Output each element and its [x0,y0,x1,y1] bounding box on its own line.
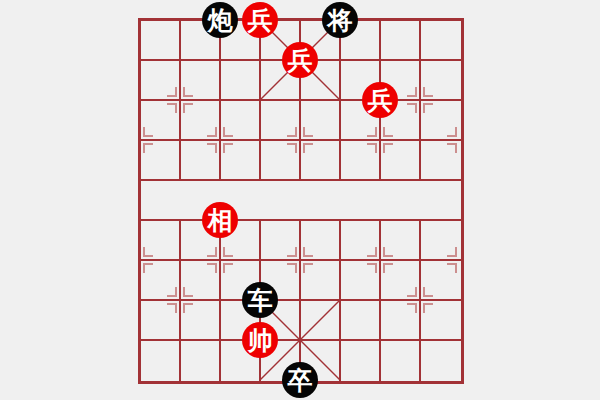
board-cell[interactable] [141,21,181,61]
board-cell[interactable] [141,141,181,181]
board-cell[interactable] [181,61,221,101]
board-cell[interactable] [261,181,301,221]
piece-black-soldier[interactable]: 卒 [282,362,318,398]
board-cell[interactable] [141,341,181,381]
board-cell[interactable] [421,261,461,301]
board-cell[interactable] [181,301,221,341]
board-cell[interactable] [301,221,341,261]
board-cell[interactable] [261,101,301,141]
piece-black-cannon[interactable]: 炮 [202,2,238,38]
board-cell[interactable] [341,141,381,181]
board-cell[interactable] [381,261,421,301]
board-cell[interactable] [381,341,421,381]
board-cell[interactable] [381,21,421,61]
board-cell[interactable] [141,101,181,141]
board-cell[interactable] [341,181,381,221]
board-cell[interactable] [301,261,341,301]
xiangqi-app: 炮兵将兵兵相车帅卒 [0,0,600,400]
board-cell[interactable] [141,221,181,261]
board-cell[interactable] [341,261,381,301]
board-cell[interactable] [381,221,421,261]
board-cell[interactable] [381,301,421,341]
piece-red-soldier-2[interactable]: 兵 [282,42,318,78]
board-cell[interactable] [381,181,421,221]
board-cell[interactable] [141,301,181,341]
board-cell[interactable] [421,341,461,381]
piece-red-general[interactable]: 帅 [242,322,278,358]
board-cell[interactable] [421,141,461,181]
board-cell[interactable] [301,181,341,221]
board-cell[interactable] [341,301,381,341]
board-cell[interactable] [381,141,421,181]
board-cell[interactable] [181,101,221,141]
board-cell[interactable] [221,101,261,141]
piece-black-general[interactable]: 将 [322,2,358,38]
board-cell[interactable] [421,221,461,261]
board-cell[interactable] [301,301,341,341]
board-cell[interactable] [421,181,461,221]
board-cell[interactable] [341,341,381,381]
board-cell[interactable] [261,221,301,261]
board-cell[interactable] [301,101,341,141]
board-cell[interactable] [221,61,261,101]
board-cell[interactable] [341,221,381,261]
board-cell[interactable] [141,181,181,221]
board-cell[interactable] [421,21,461,61]
board-cell[interactable] [421,101,461,141]
board-cell[interactable] [421,301,461,341]
piece-red-soldier-1[interactable]: 兵 [242,2,278,38]
board-cell[interactable] [261,141,301,181]
board-cell[interactable] [141,61,181,101]
board-cell[interactable] [421,61,461,101]
board-cell[interactable] [141,261,181,301]
piece-black-chariot[interactable]: 车 [242,282,278,318]
board-cell[interactable] [301,141,341,181]
board-cell[interactable] [181,261,221,301]
piece-red-soldier-3[interactable]: 兵 [362,82,398,118]
board-cell[interactable] [181,341,221,381]
piece-red-elephant[interactable]: 相 [202,202,238,238]
board-cell[interactable] [221,141,261,181]
board-cell[interactable] [181,141,221,181]
